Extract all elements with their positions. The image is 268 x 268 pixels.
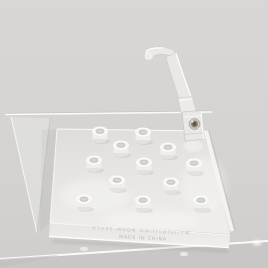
peg (110, 176, 128, 193)
arm-tip-ball (145, 53, 151, 60)
arm-socket (184, 140, 203, 152)
peg (136, 196, 154, 213)
peg (164, 178, 182, 195)
peg-hole (80, 197, 88, 201)
shelf-reflection-spot (253, 241, 261, 246)
peg (194, 196, 212, 213)
peg (93, 127, 111, 144)
peg-hole (90, 158, 98, 162)
peg-hole (96, 129, 104, 133)
peg-hole (113, 178, 121, 182)
peg (136, 128, 154, 145)
peg-hole (139, 130, 147, 134)
peg (114, 141, 132, 158)
peg (137, 158, 155, 175)
peg-hole (167, 180, 175, 184)
arm-screw (189, 119, 200, 130)
peg-hole (117, 143, 125, 147)
peg-hole (197, 198, 205, 202)
peg (187, 159, 205, 176)
peg (87, 156, 105, 173)
peg-hole (190, 161, 198, 165)
peg (161, 143, 179, 160)
peg-hole (139, 198, 147, 202)
screw-glint (191, 121, 193, 123)
stand-base: ©TYPE-MOON ©Nitroplus/TM MADE IN CHINA (49, 129, 235, 256)
peg (77, 195, 95, 212)
base-foot (80, 247, 88, 251)
photo-canvas: ©TYPE-MOON ©Nitroplus/TM MADE IN CHINA (0, 0, 268, 268)
peg-hole (140, 160, 148, 164)
peg-hole (164, 145, 172, 149)
product-photo: ©TYPE-MOON ©Nitroplus/TM MADE IN CHINA (0, 0, 268, 268)
screw-center (193, 122, 197, 126)
base-foot (180, 252, 188, 256)
